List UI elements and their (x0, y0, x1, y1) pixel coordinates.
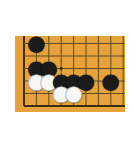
go-board[interactable]: ●●●●●●●●●●● (15, 36, 125, 112)
black-stone: ● (102, 70, 120, 91)
black-stone: ● (27, 36, 45, 54)
stone-grid: ●●●●●●●●●●● (18, 37, 125, 112)
go-problem-thumbnail: ●●●●●●●●●●● (0, 0, 140, 150)
intersection: ● (105, 75, 117, 88)
intersection: ● (67, 87, 79, 100)
white-stone: ● (64, 83, 82, 104)
intersection: ● (30, 37, 42, 50)
